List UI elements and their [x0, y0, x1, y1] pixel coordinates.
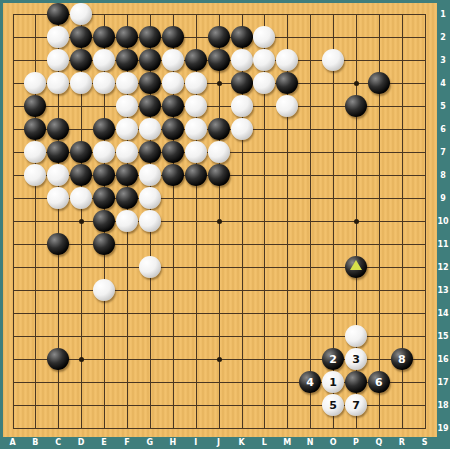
stone-white[interactable]	[345, 325, 367, 347]
stone-white[interactable]	[93, 141, 115, 163]
stone-black[interactable]	[368, 72, 390, 94]
stone-white[interactable]	[139, 118, 161, 140]
stone-black[interactable]	[208, 26, 230, 48]
stone-black[interactable]	[47, 233, 69, 255]
row-label: 14	[437, 309, 448, 318]
grid-line	[13, 14, 14, 429]
row-label: 15	[437, 332, 448, 341]
col-label: E	[101, 438, 106, 447]
stone-black[interactable]	[47, 141, 69, 163]
stone-black[interactable]	[345, 371, 367, 393]
stone-black[interactable]	[345, 256, 367, 278]
row-label: 19	[437, 424, 448, 433]
row-label: 9	[440, 194, 446, 203]
stone-white[interactable]: 1	[322, 371, 344, 393]
stone-black[interactable]	[93, 187, 115, 209]
col-label: Q	[375, 438, 382, 447]
stone-white[interactable]	[116, 118, 138, 140]
stone-white[interactable]	[24, 72, 46, 94]
stone-black[interactable]	[162, 95, 184, 117]
stone-black[interactable]	[24, 118, 46, 140]
row-label: 12	[437, 263, 448, 272]
stone-white[interactable]	[47, 26, 69, 48]
col-label: G	[147, 438, 154, 447]
star-point	[79, 357, 84, 362]
stone-white[interactable]: 3	[345, 348, 367, 370]
move-number-label: 2	[329, 354, 337, 365]
stone-black[interactable]	[139, 95, 161, 117]
stone-black[interactable]	[47, 348, 69, 370]
star-point	[217, 81, 222, 86]
stone-black[interactable]	[116, 49, 138, 71]
stone-white[interactable]	[139, 256, 161, 278]
stone-white[interactable]	[116, 95, 138, 117]
stone-black[interactable]	[70, 164, 92, 186]
stone-white[interactable]	[185, 141, 207, 163]
stone-black[interactable]	[70, 49, 92, 71]
stone-black[interactable]	[116, 164, 138, 186]
stone-white[interactable]	[116, 210, 138, 232]
row-label: 11	[437, 240, 448, 249]
stone-black[interactable]	[231, 26, 253, 48]
stone-black[interactable]	[116, 187, 138, 209]
stone-black[interactable]	[276, 72, 298, 94]
stone-black[interactable]	[162, 118, 184, 140]
stone-white[interactable]	[47, 49, 69, 71]
stone-white[interactable]	[93, 279, 115, 301]
grid-line	[425, 14, 426, 429]
col-label: D	[78, 438, 85, 447]
go-board[interactable]: 23841657	[3, 3, 437, 437]
col-label: C	[55, 438, 61, 447]
stone-white[interactable]	[139, 210, 161, 232]
stone-white[interactable]	[253, 26, 275, 48]
stone-black[interactable]	[162, 26, 184, 48]
stone-black[interactable]	[70, 141, 92, 163]
row-label: 2	[440, 33, 446, 42]
row-label: 18	[437, 401, 448, 410]
stone-black[interactable]: 4	[299, 371, 321, 393]
col-label: R	[399, 438, 405, 447]
stone-black[interactable]	[70, 26, 92, 48]
row-label: 6	[440, 125, 446, 134]
move-number-label: 8	[398, 354, 406, 365]
stone-black[interactable]	[93, 164, 115, 186]
stone-black[interactable]	[93, 26, 115, 48]
col-label: F	[124, 438, 129, 447]
stone-white[interactable]	[24, 141, 46, 163]
col-label: M	[283, 438, 291, 447]
stone-black[interactable]	[47, 118, 69, 140]
col-label: L	[262, 438, 267, 447]
stone-white[interactable]	[276, 95, 298, 117]
stone-black[interactable]	[185, 164, 207, 186]
star-point	[79, 219, 84, 224]
row-label: 5	[440, 102, 446, 111]
stone-white[interactable]	[231, 95, 253, 117]
stone-white[interactable]	[24, 164, 46, 186]
stone-black[interactable]: 8	[391, 348, 413, 370]
col-label: N	[307, 438, 314, 447]
stone-black[interactable]	[345, 95, 367, 117]
stone-white[interactable]	[47, 72, 69, 94]
row-label: 1	[440, 10, 446, 19]
col-label: S	[422, 438, 428, 447]
stone-black[interactable]	[139, 141, 161, 163]
col-label: B	[32, 438, 38, 447]
stone-white[interactable]	[47, 187, 69, 209]
stone-white[interactable]	[70, 3, 92, 25]
col-label: P	[353, 438, 359, 447]
col-label: A	[9, 438, 15, 447]
stone-black[interactable]	[139, 26, 161, 48]
stone-white[interactable]	[185, 95, 207, 117]
star-point	[354, 219, 359, 224]
stone-black[interactable]: 6	[368, 371, 390, 393]
col-label: H	[169, 438, 176, 447]
col-label: O	[330, 438, 337, 447]
stone-black[interactable]	[139, 72, 161, 94]
stone-black[interactable]	[185, 49, 207, 71]
stone-white[interactable]	[185, 72, 207, 94]
row-label: 8	[440, 171, 446, 180]
goban-window: 23841657 12345678910111213141516171819AB…	[0, 0, 450, 449]
stone-white[interactable]	[139, 164, 161, 186]
stone-white[interactable]	[253, 72, 275, 94]
row-label: 3	[440, 56, 446, 65]
row-label: 16	[437, 355, 448, 364]
stone-white[interactable]	[231, 118, 253, 140]
stone-white[interactable]	[208, 141, 230, 163]
stone-white[interactable]: 5	[322, 394, 344, 416]
col-label: I	[194, 438, 197, 447]
stone-black[interactable]	[162, 164, 184, 186]
stone-black[interactable]	[47, 3, 69, 25]
stone-black[interactable]	[116, 26, 138, 48]
stone-black[interactable]	[139, 49, 161, 71]
stone-black[interactable]: 2	[322, 348, 344, 370]
row-label: 4	[440, 79, 446, 88]
col-label: J	[217, 438, 220, 447]
stone-white[interactable]	[47, 164, 69, 186]
stone-white[interactable]	[93, 72, 115, 94]
stone-black[interactable]	[208, 118, 230, 140]
stone-white[interactable]	[231, 49, 253, 71]
stone-black[interactable]	[231, 72, 253, 94]
star-point	[354, 81, 359, 86]
move-number-label: 4	[306, 377, 314, 388]
move-number-label: 5	[329, 400, 337, 411]
stone-black[interactable]	[93, 233, 115, 255]
star-point	[217, 357, 222, 362]
move-number-label: 6	[375, 377, 383, 388]
star-point	[217, 219, 222, 224]
stone-black[interactable]	[162, 141, 184, 163]
stone-white[interactable]	[322, 49, 344, 71]
row-label: 7	[440, 148, 446, 157]
stone-white[interactable]	[162, 49, 184, 71]
row-label: 10	[437, 217, 448, 226]
stone-white[interactable]	[70, 187, 92, 209]
stone-white[interactable]	[70, 72, 92, 94]
col-label: K	[238, 438, 244, 447]
stone-black[interactable]	[208, 164, 230, 186]
stone-white[interactable]	[253, 49, 275, 71]
stone-black[interactable]	[93, 210, 115, 232]
stone-white[interactable]	[185, 118, 207, 140]
stone-black[interactable]	[208, 49, 230, 71]
stone-white[interactable]	[116, 72, 138, 94]
row-label: 13	[437, 286, 448, 295]
stone-white[interactable]	[116, 141, 138, 163]
stone-black[interactable]	[24, 95, 46, 117]
grid-line	[310, 14, 311, 429]
move-number-label: 7	[352, 400, 360, 411]
stone-black[interactable]	[93, 118, 115, 140]
stone-white[interactable]	[93, 49, 115, 71]
move-number-label: 1	[329, 377, 337, 388]
stone-white[interactable]	[162, 72, 184, 94]
row-label: 17	[437, 378, 448, 387]
stone-white[interactable]	[139, 187, 161, 209]
move-number-label: 3	[352, 354, 360, 365]
triangle-mark-icon	[350, 260, 362, 270]
stone-white[interactable]	[276, 49, 298, 71]
stone-white[interactable]: 7	[345, 394, 367, 416]
